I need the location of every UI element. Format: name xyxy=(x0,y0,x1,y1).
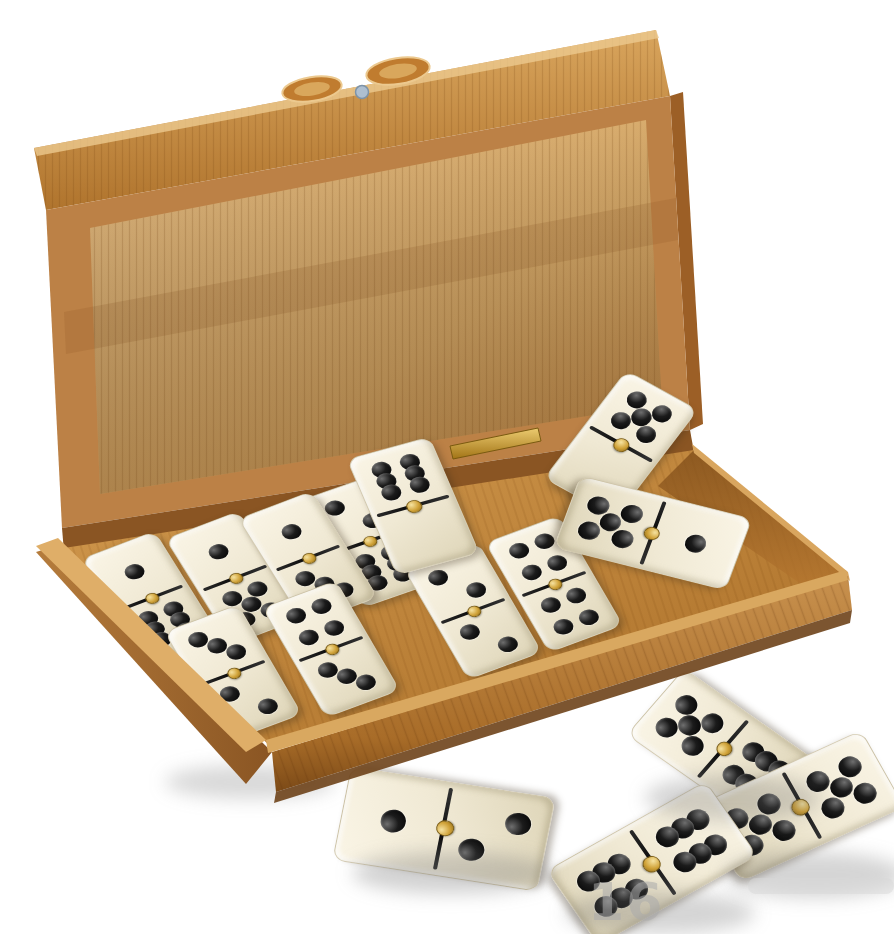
product-photo-domino-set: 16 xyxy=(0,0,894,934)
tray-left-rim xyxy=(36,538,266,752)
tray-front-rim xyxy=(266,570,848,753)
tray-front-wall xyxy=(272,576,852,792)
watermark-streak xyxy=(748,878,894,894)
tray-bottom-edge xyxy=(274,610,852,803)
bamboo-box-front-walls-svg xyxy=(0,0,894,934)
watermark-text: 16 xyxy=(588,872,664,932)
